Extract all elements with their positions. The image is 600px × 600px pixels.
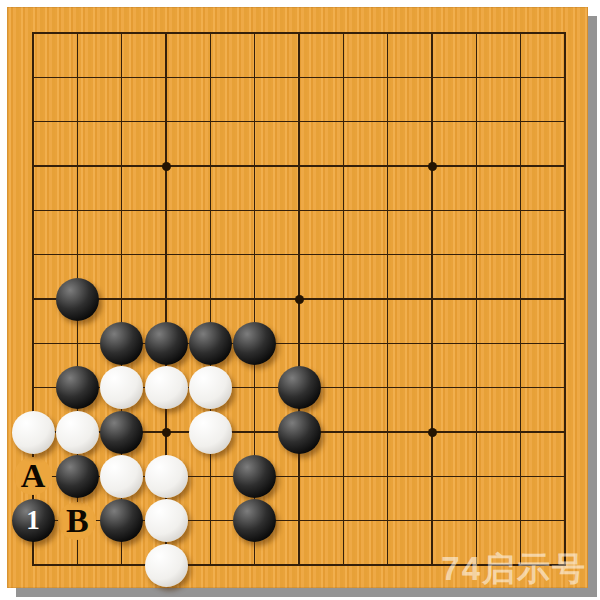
black-stone: [278, 366, 321, 409]
star-point: [428, 428, 437, 437]
white-stone: [100, 455, 143, 498]
black-stone: [233, 322, 276, 365]
grid-vertical-line: [431, 32, 433, 566]
black-stone: [56, 278, 99, 321]
grid-vertical-line: [343, 32, 345, 566]
black-stone: [56, 455, 99, 498]
point-label-A: A: [11, 454, 55, 498]
black-stone: [100, 322, 143, 365]
star-point: [162, 162, 171, 171]
move-number-1: 1: [12, 499, 55, 542]
go-board: AB1: [7, 7, 588, 588]
watermark: 74启示号: [441, 547, 587, 592]
black-stone: [233, 455, 276, 498]
go-board-grid: AB1: [33, 33, 565, 565]
grid-vertical-line: [520, 32, 522, 566]
black-stone: [56, 366, 99, 409]
black-stone: [145, 322, 188, 365]
white-stone: [100, 366, 143, 409]
white-stone: [189, 366, 232, 409]
page: { "game": "go", "diagram_title": "Go pro…: [0, 0, 600, 600]
white-stone: [145, 455, 188, 498]
white-stone: [189, 411, 232, 454]
grid-vertical-line: [387, 32, 389, 566]
black-stone: [100, 411, 143, 454]
black-stone: [189, 322, 232, 365]
star-point: [295, 295, 304, 304]
grid-vertical-line: [564, 32, 566, 566]
white-stone: [145, 544, 188, 587]
black-stone: [233, 499, 276, 542]
point-label-B: B: [55, 499, 99, 543]
white-stone: [56, 411, 99, 454]
white-stone: [145, 499, 188, 542]
white-stone: [145, 366, 188, 409]
white-stone: [12, 411, 55, 454]
black-stone: [100, 499, 143, 542]
star-point: [428, 162, 437, 171]
star-point: [162, 428, 171, 437]
grid-vertical-line: [476, 32, 478, 566]
black-stone: [278, 411, 321, 454]
